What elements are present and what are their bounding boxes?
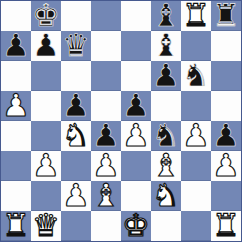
square-a7[interactable]: ♟ <box>1 31 31 61</box>
square-b5[interactable] <box>31 91 61 121</box>
square-b3[interactable]: ♟ <box>31 151 61 181</box>
square-e2[interactable] <box>121 181 151 211</box>
square-f6[interactable]: ♟ <box>151 61 181 91</box>
white-bishop-icon[interactable]: ♝ <box>92 181 120 210</box>
white-rook-icon[interactable]: ♜ <box>212 211 240 240</box>
black-pawn-icon[interactable]: ♟ <box>152 61 180 90</box>
black-rook-icon[interactable]: ♜ <box>212 1 240 30</box>
square-e7[interactable] <box>121 31 151 61</box>
square-f7[interactable]: ♝ <box>151 31 181 61</box>
square-c4[interactable]: ♞ <box>61 121 91 151</box>
square-f1[interactable] <box>151 211 181 241</box>
square-g3[interactable] <box>181 151 211 181</box>
black-bishop-icon[interactable]: ♝ <box>152 31 180 60</box>
white-knight-icon[interactable]: ♞ <box>152 181 180 210</box>
white-rook-icon[interactable]: ♜ <box>2 211 30 240</box>
white-pawn-icon[interactable]: ♟ <box>122 121 150 150</box>
square-e3[interactable] <box>121 151 151 181</box>
square-g8[interactable]: ♜ <box>181 1 211 31</box>
square-h3[interactable]: ♟ <box>211 151 241 181</box>
square-b6[interactable] <box>31 61 61 91</box>
square-h8[interactable]: ♜ <box>211 1 241 31</box>
black-pawn-icon[interactable]: ♟ <box>122 91 150 120</box>
square-d7[interactable] <box>91 31 121 61</box>
white-pawn-icon[interactable]: ♟ <box>62 181 90 210</box>
square-a5[interactable]: ♟ <box>1 91 31 121</box>
black-pawn-icon[interactable]: ♟ <box>32 31 60 60</box>
square-h2[interactable] <box>211 181 241 211</box>
square-f3[interactable]: ♝ <box>151 151 181 181</box>
square-h6[interactable] <box>211 61 241 91</box>
white-pawn-icon[interactable]: ♟ <box>212 151 240 180</box>
white-pawn-icon[interactable]: ♟ <box>92 151 120 180</box>
square-e1[interactable]: ♚ <box>121 211 151 241</box>
black-knight-icon[interactable]: ♞ <box>182 61 210 90</box>
white-queen-icon[interactable]: ♛ <box>32 211 60 240</box>
square-g6[interactable]: ♞ <box>181 61 211 91</box>
square-c3[interactable] <box>61 151 91 181</box>
square-e8[interactable] <box>121 1 151 31</box>
black-bishop-icon[interactable]: ♝ <box>152 1 180 30</box>
square-g4[interactable]: ♟ <box>181 121 211 151</box>
square-d4[interactable]: ♟ <box>91 121 121 151</box>
white-rook-icon[interactable]: ♜ <box>182 1 210 30</box>
black-king-icon[interactable]: ♚ <box>32 1 60 30</box>
square-e5[interactable]: ♟ <box>121 91 151 121</box>
square-h4[interactable]: ♟ <box>211 121 241 151</box>
square-b8[interactable]: ♚ <box>31 1 61 31</box>
square-f2[interactable]: ♞ <box>151 181 181 211</box>
square-d1[interactable] <box>91 211 121 241</box>
square-d2[interactable]: ♝ <box>91 181 121 211</box>
square-c2[interactable]: ♟ <box>61 181 91 211</box>
square-f4[interactable]: ♞ <box>151 121 181 151</box>
square-b7[interactable]: ♟ <box>31 31 61 61</box>
board-wrap: ♚♝♜♜♟♟♛♝♟♞♟♟♟♞♟♟♞♟♟♟♟♝♟♟♝♞♜♛♚♜ <box>0 0 242 242</box>
square-g7[interactable] <box>181 31 211 61</box>
square-e4[interactable]: ♟ <box>121 121 151 151</box>
square-b2[interactable] <box>31 181 61 211</box>
square-h5[interactable] <box>211 91 241 121</box>
chess-board: ♚♝♜♜♟♟♛♝♟♞♟♟♟♞♟♟♞♟♟♟♟♝♟♟♝♞♜♛♚♜ <box>0 0 242 242</box>
square-a3[interactable] <box>1 151 31 181</box>
black-pawn-icon[interactable]: ♟ <box>2 31 30 60</box>
square-g2[interactable] <box>181 181 211 211</box>
square-a4[interactable] <box>1 121 31 151</box>
square-h1[interactable]: ♜ <box>211 211 241 241</box>
square-e6[interactable] <box>121 61 151 91</box>
square-g5[interactable] <box>181 91 211 121</box>
square-a6[interactable] <box>1 61 31 91</box>
white-bishop-icon[interactable]: ♝ <box>152 151 180 180</box>
square-c1[interactable] <box>61 211 91 241</box>
square-c7[interactable]: ♛ <box>61 31 91 61</box>
square-a8[interactable] <box>1 1 31 31</box>
white-pawn-icon[interactable]: ♟ <box>32 151 60 180</box>
white-king-icon[interactable]: ♚ <box>122 211 150 240</box>
square-c8[interactable] <box>61 1 91 31</box>
square-a2[interactable] <box>1 181 31 211</box>
square-a1[interactable]: ♜ <box>1 211 31 241</box>
white-pawn-icon[interactable]: ♟ <box>2 91 30 120</box>
square-c5[interactable]: ♟ <box>61 91 91 121</box>
white-pawn-icon[interactable]: ♟ <box>182 121 210 150</box>
black-pawn-icon[interactable]: ♟ <box>92 121 120 150</box>
square-f8[interactable]: ♝ <box>151 1 181 31</box>
square-d8[interactable] <box>91 1 121 31</box>
white-knight-icon[interactable]: ♞ <box>62 121 90 150</box>
square-d5[interactable] <box>91 91 121 121</box>
square-b1[interactable]: ♛ <box>31 211 61 241</box>
square-g1[interactable] <box>181 211 211 241</box>
square-f5[interactable] <box>151 91 181 121</box>
black-pawn-icon[interactable]: ♟ <box>212 121 240 150</box>
black-pawn-icon[interactable]: ♟ <box>62 91 90 120</box>
square-c6[interactable] <box>61 61 91 91</box>
square-h7[interactable] <box>211 31 241 61</box>
black-knight-icon[interactable]: ♞ <box>152 121 180 150</box>
square-d6[interactable] <box>91 61 121 91</box>
square-b4[interactable] <box>31 121 61 151</box>
square-d3[interactable]: ♟ <box>91 151 121 181</box>
black-queen-icon[interactable]: ♛ <box>62 31 90 60</box>
